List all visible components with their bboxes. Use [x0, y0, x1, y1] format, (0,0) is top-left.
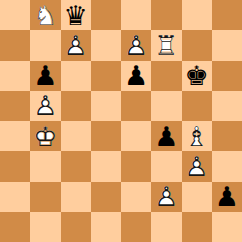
square-f6[interactable]	[151, 61, 181, 91]
piece-fill-glyph: ♟	[121, 30, 151, 60]
square-g6[interactable]: ♚	[182, 61, 212, 91]
square-a1[interactable]	[0, 212, 30, 242]
square-d5[interactable]	[91, 91, 121, 121]
piece-outline-glyph: ♖	[151, 30, 181, 60]
square-e3[interactable]	[121, 151, 151, 181]
piece-fill-glyph: ♟	[30, 61, 60, 91]
square-a4[interactable]	[0, 121, 30, 151]
square-c4[interactable]	[61, 121, 91, 151]
square-f3[interactable]	[151, 151, 181, 181]
square-h7[interactable]	[212, 30, 242, 60]
white-rook[interactable]: ♜♖	[151, 30, 181, 60]
piece-fill-glyph: ♟	[151, 121, 181, 151]
piece-fill-glyph: ♟	[182, 151, 212, 181]
black-queen[interactable]: ♛	[61, 0, 91, 30]
square-c8[interactable]: ♛	[61, 0, 91, 30]
square-g2[interactable]	[182, 182, 212, 212]
piece-fill-glyph: ♟	[121, 61, 151, 91]
square-g8[interactable]	[182, 0, 212, 30]
square-f4[interactable]: ♟	[151, 121, 181, 151]
square-h3[interactable]	[212, 151, 242, 181]
piece-fill-glyph: ♟	[61, 30, 91, 60]
square-c5[interactable]	[61, 91, 91, 121]
piece-fill-glyph: ♝	[182, 121, 212, 151]
white-pawn[interactable]: ♟♙	[30, 91, 60, 121]
square-g3[interactable]: ♟♙	[182, 151, 212, 181]
square-d3[interactable]	[91, 151, 121, 181]
square-d6[interactable]	[91, 61, 121, 91]
square-e1[interactable]	[121, 212, 151, 242]
square-c2[interactable]	[61, 182, 91, 212]
chess-board: ♞♘♛♟♙♟♙♜♖♟♟♚♟♙♚♔♟♝♗♟♙♟♙♟	[0, 0, 242, 242]
square-c3[interactable]	[61, 151, 91, 181]
square-f2[interactable]: ♟♙	[151, 182, 181, 212]
white-pawn[interactable]: ♟♙	[61, 30, 91, 60]
square-h4[interactable]	[212, 121, 242, 151]
black-pawn[interactable]: ♟	[151, 121, 181, 151]
white-pawn[interactable]: ♟♙	[151, 182, 181, 212]
square-e6[interactable]: ♟	[121, 61, 151, 91]
square-e2[interactable]	[121, 182, 151, 212]
square-b7[interactable]	[30, 30, 60, 60]
piece-outline-glyph: ♘	[30, 0, 60, 30]
square-c6[interactable]	[61, 61, 91, 91]
piece-fill-glyph: ♞	[30, 0, 60, 30]
square-b3[interactable]	[30, 151, 60, 181]
square-g4[interactable]: ♝♗	[182, 121, 212, 151]
black-pawn[interactable]: ♟	[121, 61, 151, 91]
square-h5[interactable]	[212, 91, 242, 121]
square-c7[interactable]: ♟♙	[61, 30, 91, 60]
square-g1[interactable]	[182, 212, 212, 242]
piece-outline-glyph: ♙	[182, 151, 212, 181]
square-a5[interactable]	[0, 91, 30, 121]
square-h8[interactable]	[212, 0, 242, 30]
square-a8[interactable]	[0, 0, 30, 30]
piece-outline-glyph: ♔	[30, 121, 60, 151]
square-f8[interactable]	[151, 0, 181, 30]
square-f1[interactable]	[151, 212, 181, 242]
piece-outline-glyph: ♗	[182, 121, 212, 151]
square-c1[interactable]	[61, 212, 91, 242]
black-pawn[interactable]: ♟	[30, 61, 60, 91]
piece-outline-glyph: ♙	[121, 30, 151, 60]
piece-fill-glyph: ♚	[30, 121, 60, 151]
square-d4[interactable]	[91, 121, 121, 151]
square-h1[interactable]	[212, 212, 242, 242]
square-b1[interactable]	[30, 212, 60, 242]
piece-fill-glyph: ♟	[30, 91, 60, 121]
black-king[interactable]: ♚	[182, 61, 212, 91]
square-e5[interactable]	[121, 91, 151, 121]
white-king[interactable]: ♚♔	[30, 121, 60, 151]
white-knight[interactable]: ♞♘	[30, 0, 60, 30]
square-b8[interactable]: ♞♘	[30, 0, 60, 30]
square-a2[interactable]	[0, 182, 30, 212]
white-pawn[interactable]: ♟♙	[121, 30, 151, 60]
piece-outline-glyph: ♙	[30, 91, 60, 121]
square-b5[interactable]: ♟♙	[30, 91, 60, 121]
piece-fill-glyph: ♟	[151, 182, 181, 212]
square-d2[interactable]	[91, 182, 121, 212]
square-b2[interactable]	[30, 182, 60, 212]
square-e7[interactable]: ♟♙	[121, 30, 151, 60]
piece-fill-glyph: ♛	[61, 0, 91, 30]
square-a7[interactable]	[0, 30, 30, 60]
white-bishop[interactable]: ♝♗	[182, 121, 212, 151]
square-e8[interactable]	[121, 0, 151, 30]
square-b6[interactable]: ♟	[30, 61, 60, 91]
square-g5[interactable]	[182, 91, 212, 121]
square-f5[interactable]	[151, 91, 181, 121]
square-h2[interactable]: ♟	[212, 182, 242, 212]
square-d1[interactable]	[91, 212, 121, 242]
piece-outline-glyph: ♙	[151, 182, 181, 212]
piece-outline-glyph: ♙	[61, 30, 91, 60]
square-e4[interactable]	[121, 121, 151, 151]
piece-fill-glyph: ♚	[182, 61, 212, 91]
piece-fill-glyph: ♟	[212, 182, 242, 212]
square-d7[interactable]	[91, 30, 121, 60]
white-pawn[interactable]: ♟♙	[182, 151, 212, 181]
piece-fill-glyph: ♜	[151, 30, 181, 60]
black-pawn[interactable]: ♟	[212, 182, 242, 212]
square-f7[interactable]: ♜♖	[151, 30, 181, 60]
square-a3[interactable]	[0, 151, 30, 181]
square-d8[interactable]	[91, 0, 121, 30]
square-h6[interactable]	[212, 61, 242, 91]
square-g7[interactable]	[182, 30, 212, 60]
square-b4[interactable]: ♚♔	[30, 121, 60, 151]
square-a6[interactable]	[0, 61, 30, 91]
